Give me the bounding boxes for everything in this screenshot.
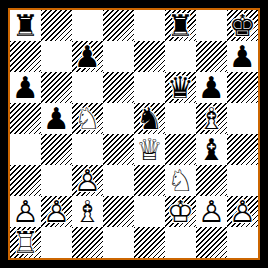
square-a1[interactable]: ♜♖ xyxy=(10,227,41,258)
square-b1[interactable] xyxy=(41,227,72,258)
black-pawn-icon: ♟ xyxy=(196,72,227,103)
square-e4[interactable]: ♛♕ xyxy=(134,134,165,165)
black-king-icon: ♚ xyxy=(227,10,258,41)
white-rook-outline-icon: ♖ xyxy=(10,227,41,258)
square-e5[interactable]: ♞ xyxy=(134,103,165,134)
square-d6[interactable] xyxy=(103,72,134,103)
white-queen-e4: ♛♕ xyxy=(134,134,165,165)
square-f3[interactable]: ♞♘ xyxy=(165,165,196,196)
square-d1[interactable] xyxy=(103,227,134,258)
square-d2[interactable] xyxy=(103,196,134,227)
square-e7[interactable] xyxy=(134,41,165,72)
square-h1[interactable] xyxy=(227,227,258,258)
black-pawn-g6: ♟ xyxy=(196,72,227,103)
square-h4[interactable] xyxy=(227,134,258,165)
white-knight-c5: ♞♘ xyxy=(72,103,103,134)
square-g7[interactable] xyxy=(196,41,227,72)
white-pawn-h2: ♟♙ xyxy=(227,196,258,227)
black-rook-f8: ♜ xyxy=(165,10,196,41)
square-f2[interactable]: ♚♔ xyxy=(165,196,196,227)
chess-board: ♜♜♚♟♟♟♛♟♟♞♘♞♝♗♛♕♝♟♙♞♘♟♙♟♙♝♗♚♔♟♙♟♙♜♖ xyxy=(8,8,260,260)
black-queen-f6: ♛ xyxy=(165,72,196,103)
black-pawn-b5: ♟ xyxy=(41,103,72,134)
square-c6[interactable] xyxy=(72,72,103,103)
square-g4[interactable]: ♝ xyxy=(196,134,227,165)
square-g2[interactable]: ♟♙ xyxy=(196,196,227,227)
black-pawn-a6: ♟ xyxy=(10,72,41,103)
square-a5[interactable] xyxy=(10,103,41,134)
square-g6[interactable]: ♟ xyxy=(196,72,227,103)
black-pawn-icon: ♟ xyxy=(10,72,41,103)
square-d3[interactable] xyxy=(103,165,134,196)
square-e8[interactable] xyxy=(134,10,165,41)
black-knight-e5: ♞ xyxy=(134,103,165,134)
square-f1[interactable] xyxy=(165,227,196,258)
black-rook-icon: ♜ xyxy=(165,10,196,41)
square-c4[interactable] xyxy=(72,134,103,165)
square-c5[interactable]: ♞♘ xyxy=(72,103,103,134)
square-c8[interactable] xyxy=(72,10,103,41)
diagram-frame: ♜♜♚♟♟♟♛♟♟♞♘♞♝♗♛♕♝♟♙♞♘♟♙♟♙♝♗♚♔♟♙♟♙♜♖ xyxy=(0,0,268,268)
square-b8[interactable] xyxy=(41,10,72,41)
white-pawn-a2: ♟♙ xyxy=(10,196,41,227)
black-rook-a8: ♜ xyxy=(10,10,41,41)
square-g1[interactable] xyxy=(196,227,227,258)
square-a3[interactable] xyxy=(10,165,41,196)
square-b7[interactable] xyxy=(41,41,72,72)
square-e3[interactable] xyxy=(134,165,165,196)
square-f8[interactable]: ♜ xyxy=(165,10,196,41)
square-g3[interactable] xyxy=(196,165,227,196)
square-g5[interactable]: ♝♗ xyxy=(196,103,227,134)
square-d5[interactable] xyxy=(103,103,134,134)
square-h2[interactable]: ♟♙ xyxy=(227,196,258,227)
white-pawn-outline-icon: ♙ xyxy=(41,196,72,227)
black-pawn-h7: ♟ xyxy=(227,41,258,72)
square-d4[interactable] xyxy=(103,134,134,165)
square-h7[interactable]: ♟ xyxy=(227,41,258,72)
square-b2[interactable]: ♟♙ xyxy=(41,196,72,227)
white-pawn-outline-icon: ♙ xyxy=(72,165,103,196)
white-king-outline-icon: ♔ xyxy=(165,196,196,227)
square-b3[interactable] xyxy=(41,165,72,196)
black-queen-icon: ♛ xyxy=(165,72,196,103)
square-h5[interactable] xyxy=(227,103,258,134)
black-rook-icon: ♜ xyxy=(10,10,41,41)
square-c1[interactable] xyxy=(72,227,103,258)
square-h6[interactable] xyxy=(227,72,258,103)
square-e2[interactable] xyxy=(134,196,165,227)
square-c7[interactable]: ♟ xyxy=(72,41,103,72)
white-pawn-g2: ♟♙ xyxy=(196,196,227,227)
square-f4[interactable] xyxy=(165,134,196,165)
square-b5[interactable]: ♟ xyxy=(41,103,72,134)
square-f6[interactable]: ♛ xyxy=(165,72,196,103)
square-a7[interactable] xyxy=(10,41,41,72)
black-knight-icon: ♞ xyxy=(134,103,165,134)
white-pawn-outline-icon: ♙ xyxy=(196,196,227,227)
square-b6[interactable] xyxy=(41,72,72,103)
white-knight-outline-icon: ♘ xyxy=(165,165,196,196)
square-e1[interactable] xyxy=(134,227,165,258)
square-f5[interactable] xyxy=(165,103,196,134)
white-queen-outline-icon: ♕ xyxy=(134,134,165,165)
black-pawn-icon: ♟ xyxy=(72,41,103,72)
white-knight-f3: ♞♘ xyxy=(165,165,196,196)
black-pawn-c7: ♟ xyxy=(72,41,103,72)
square-a2[interactable]: ♟♙ xyxy=(10,196,41,227)
square-a6[interactable]: ♟ xyxy=(10,72,41,103)
white-rook-a1: ♜♖ xyxy=(10,227,41,258)
square-a4[interactable] xyxy=(10,134,41,165)
black-bishop-icon: ♝ xyxy=(196,134,227,165)
white-bishop-g5: ♝♗ xyxy=(196,103,227,134)
square-h3[interactable] xyxy=(227,165,258,196)
square-c3[interactable]: ♟♙ xyxy=(72,165,103,196)
black-pawn-icon: ♟ xyxy=(41,103,72,134)
white-bishop-outline-icon: ♗ xyxy=(72,196,103,227)
white-pawn-outline-icon: ♙ xyxy=(227,196,258,227)
square-h8[interactable]: ♚ xyxy=(227,10,258,41)
square-g8[interactable] xyxy=(196,10,227,41)
black-pawn-icon: ♟ xyxy=(227,41,258,72)
square-d7[interactable] xyxy=(103,41,134,72)
white-pawn-b2: ♟♙ xyxy=(41,196,72,227)
square-d8[interactable] xyxy=(103,10,134,41)
white-knight-outline-icon: ♘ xyxy=(72,103,103,134)
black-bishop-g4: ♝ xyxy=(196,134,227,165)
square-c2[interactable]: ♝♗ xyxy=(72,196,103,227)
square-e6[interactable] xyxy=(134,72,165,103)
white-pawn-c3: ♟♙ xyxy=(72,165,103,196)
white-bishop-c2: ♝♗ xyxy=(72,196,103,227)
square-f7[interactable] xyxy=(165,41,196,72)
black-king-h8: ♚ xyxy=(227,10,258,41)
white-pawn-outline-icon: ♙ xyxy=(10,196,41,227)
white-bishop-outline-icon: ♗ xyxy=(196,103,227,134)
square-a8[interactable]: ♜ xyxy=(10,10,41,41)
white-king-f2: ♚♔ xyxy=(165,196,196,227)
square-b4[interactable] xyxy=(41,134,72,165)
